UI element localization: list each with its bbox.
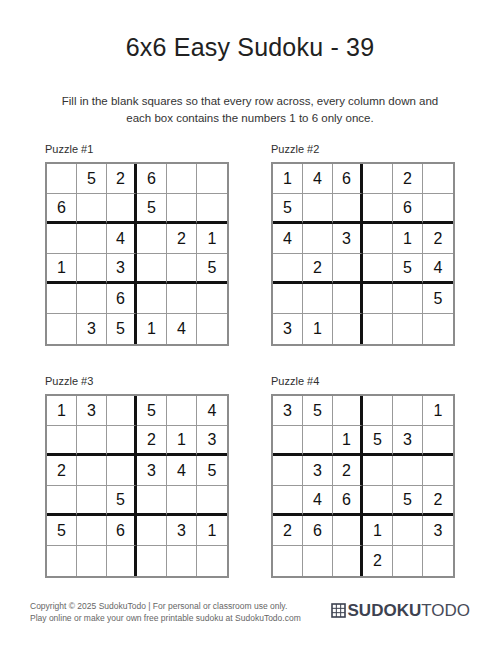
sudoku-grid-icon: [331, 603, 346, 618]
puzzle-4: Puzzle #4 35115332465226132: [271, 375, 455, 578]
sudoku-cell: 6: [393, 194, 423, 224]
sudoku-cell: 5: [363, 426, 393, 456]
sudoku-cell: [393, 516, 423, 546]
sudoku-cell: [137, 486, 167, 516]
sudoku-cell: 5: [137, 396, 167, 426]
sudoku-cell: 3: [107, 254, 137, 284]
sudoku-cell: [77, 254, 107, 284]
sudoku-cell: 6: [333, 164, 363, 194]
sudoku-cell: [363, 254, 393, 284]
sudoku-cell: [47, 426, 77, 456]
sudoku-cell: 3: [393, 426, 423, 456]
sudoku-cell: 2: [423, 486, 453, 516]
sudoku-cell: 2: [47, 456, 77, 486]
sudoku-cell: [77, 284, 107, 314]
sudoku-cell: 3: [77, 396, 107, 426]
sudoku-cell: [77, 194, 107, 224]
footer: Copyright © 2025 SudokuTodo | For person…: [0, 600, 500, 626]
sudoku-cell: [393, 456, 423, 486]
sudoku-cell: [393, 314, 423, 344]
sudoku-cell: 3: [333, 224, 363, 254]
sudoku-cell: 4: [107, 224, 137, 254]
sudoku-cell: 2: [363, 546, 393, 576]
sudoku-cell: [393, 546, 423, 576]
puzzle-sheet: Puzzle #1 5266542113563514 Puzzle #2 146…: [45, 143, 455, 578]
sudoku-cell: [303, 546, 333, 576]
sudoku-cell: [107, 546, 137, 576]
sudoku-cell: [303, 426, 333, 456]
sudoku-cell: [303, 224, 333, 254]
sudoku-cell: [363, 314, 393, 344]
brand-todo: TODO: [421, 601, 470, 620]
sudoku-cell: [167, 284, 197, 314]
sudoku-cell: 5: [303, 396, 333, 426]
sudoku-cell: [303, 284, 333, 314]
sudoku-cell: [107, 426, 137, 456]
sudoku-grid: 5266542113563514: [45, 162, 229, 346]
sudoku-cell: [167, 396, 197, 426]
sudoku-cell: [333, 254, 363, 284]
sudoku-cell: 4: [303, 164, 333, 194]
sudoku-cell: [167, 194, 197, 224]
sudoku-cell: 3: [273, 314, 303, 344]
sudoku-cell: [47, 546, 77, 576]
sudoku-cell: [197, 486, 227, 516]
sudoku-cell: 3: [197, 426, 227, 456]
sudoku-cell: 3: [137, 456, 167, 486]
sudoku-cell: [423, 314, 453, 344]
sudoku-cell: 2: [107, 164, 137, 194]
sudoku-cell: [423, 456, 453, 486]
sudoku-cell: 3: [77, 314, 107, 344]
sudoku-cell: 2: [393, 164, 423, 194]
copyright-line1: Copyright © 2025 SudokuTodo | For person…: [30, 600, 301, 613]
sudoku-cell: 5: [197, 456, 227, 486]
sudoku-cell: [273, 456, 303, 486]
brand-wordmark: SUDOKUTODO: [348, 601, 470, 621]
sudoku-cell: [167, 254, 197, 284]
sudoku-cell: [77, 516, 107, 546]
sudoku-cell: [423, 546, 453, 576]
sudoku-cell: 6: [333, 486, 363, 516]
puzzle-label: Puzzle #1: [45, 143, 229, 155]
sudoku-cell: [333, 194, 363, 224]
sudoku-cell: 4: [167, 456, 197, 486]
sudoku-cell: 5: [107, 486, 137, 516]
sudoku-cell: 1: [197, 516, 227, 546]
sudoku-cell: [333, 516, 363, 546]
sudoku-cell: [47, 284, 77, 314]
sudoku-cell: 5: [273, 194, 303, 224]
sudoku-cell: [363, 224, 393, 254]
sudoku-cell: [273, 486, 303, 516]
sudoku-cell: 1: [303, 314, 333, 344]
sudoku-cell: 6: [47, 194, 77, 224]
sudoku-cell: 5: [423, 284, 453, 314]
sudoku-cell: 5: [393, 486, 423, 516]
sudoku-cell: [363, 284, 393, 314]
sudoku-cell: 2: [333, 456, 363, 486]
sudoku-cell: 3: [167, 516, 197, 546]
sudoku-cell: [423, 426, 453, 456]
sudoku-cell: 4: [423, 254, 453, 284]
sudoku-cell: 6: [107, 284, 137, 314]
sudoku-grid: 1462564312254531: [271, 162, 455, 346]
sudoku-cell: 2: [423, 224, 453, 254]
sudoku-cell: 2: [273, 516, 303, 546]
instructions: Fill in the blank squares so that every …: [0, 93, 500, 126]
puzzle-2: Puzzle #2 1462564312254531: [271, 143, 455, 346]
sudoku-cell: [47, 486, 77, 516]
sudoku-cell: 4: [167, 314, 197, 344]
sudoku-cell: 1: [47, 396, 77, 426]
sudoku-cell: [167, 546, 197, 576]
sudoku-cell: [47, 224, 77, 254]
footer-copyright: Copyright © 2025 SudokuTodo | For person…: [30, 600, 301, 626]
sudoku-cell: [303, 194, 333, 224]
puzzle-1: Puzzle #1 5266542113563514: [45, 143, 229, 346]
sudoku-cell: [107, 396, 137, 426]
page-title: 6x6 Easy Sudoku - 39: [0, 33, 500, 62]
sudoku-cell: [197, 194, 227, 224]
sudoku-cell: 4: [273, 224, 303, 254]
sudoku-cell: [47, 314, 77, 344]
sudoku-cell: [197, 314, 227, 344]
sudoku-cell: 1: [167, 426, 197, 456]
sudoku-cell: 5: [197, 254, 227, 284]
sudoku-cell: [333, 546, 363, 576]
sudoku-cell: 3: [423, 516, 453, 546]
sudoku-cell: [423, 194, 453, 224]
brand-logo: SUDOKUTODO: [331, 601, 470, 621]
sudoku-cell: [363, 396, 393, 426]
sudoku-cell: 2: [303, 254, 333, 284]
sudoku-cell: [363, 456, 393, 486]
sudoku-cell: 5: [77, 164, 107, 194]
sudoku-cell: 6: [303, 516, 333, 546]
sudoku-cell: 6: [137, 164, 167, 194]
sudoku-cell: [77, 224, 107, 254]
sudoku-cell: 2: [167, 224, 197, 254]
sudoku-cell: 3: [303, 456, 333, 486]
sudoku-cell: [137, 224, 167, 254]
sudoku-cell: [273, 426, 303, 456]
sudoku-cell: [137, 284, 167, 314]
sudoku-grid: 1354213234555631: [45, 394, 229, 578]
sudoku-cell: [77, 456, 107, 486]
sudoku-cell: [393, 284, 423, 314]
sudoku-cell: [107, 456, 137, 486]
instructions-line2: each box contains the numbers 1 to 6 onl…: [0, 110, 500, 127]
brand-sudoku: SUDOKU: [348, 601, 422, 620]
sudoku-cell: [333, 396, 363, 426]
sudoku-cell: 4: [197, 396, 227, 426]
sudoku-cell: [333, 284, 363, 314]
sudoku-cell: 1: [363, 516, 393, 546]
sudoku-cell: [363, 164, 393, 194]
sudoku-grid: 35115332465226132: [271, 394, 455, 578]
sudoku-cell: 1: [273, 164, 303, 194]
sudoku-cell: 1: [197, 224, 227, 254]
sudoku-cell: [273, 284, 303, 314]
sudoku-cell: [77, 546, 107, 576]
sudoku-cell: 1: [423, 396, 453, 426]
sudoku-cell: [393, 396, 423, 426]
sudoku-cell: 5: [107, 314, 137, 344]
puzzle-row-bottom: Puzzle #3 1354213234555631 Puzzle #4 351…: [45, 375, 455, 578]
sudoku-cell: [197, 164, 227, 194]
sudoku-cell: [363, 486, 393, 516]
sudoku-cell: 1: [333, 426, 363, 456]
sudoku-cell: [77, 426, 107, 456]
sudoku-cell: [107, 194, 137, 224]
sudoku-cell: [167, 486, 197, 516]
instructions-line1: Fill in the blank squares so that every …: [0, 93, 500, 110]
puzzle-row-top: Puzzle #1 5266542113563514 Puzzle #2 146…: [45, 143, 455, 346]
sudoku-cell: 6: [107, 516, 137, 546]
sudoku-cell: 1: [393, 224, 423, 254]
sudoku-cell: 5: [137, 194, 167, 224]
puzzle-label: Puzzle #2: [271, 143, 455, 155]
sudoku-cell: 2: [137, 426, 167, 456]
sudoku-cell: [197, 284, 227, 314]
sudoku-cell: [333, 314, 363, 344]
sudoku-cell: [167, 164, 197, 194]
copyright-line2: Play online or make your own free printa…: [30, 612, 301, 625]
sudoku-cell: 1: [47, 254, 77, 284]
sudoku-cell: [137, 254, 167, 284]
sudoku-cell: 1: [137, 314, 167, 344]
puzzle-label: Puzzle #4: [271, 375, 455, 387]
sudoku-cell: [47, 164, 77, 194]
sudoku-cell: [273, 546, 303, 576]
sudoku-cell: [137, 516, 167, 546]
sudoku-cell: 3: [273, 396, 303, 426]
sudoku-cell: [363, 194, 393, 224]
puzzle-3: Puzzle #3 1354213234555631: [45, 375, 229, 578]
sudoku-cell: 4: [303, 486, 333, 516]
sudoku-cell: 5: [47, 516, 77, 546]
puzzle-label: Puzzle #3: [45, 375, 229, 387]
sudoku-cell: [197, 546, 227, 576]
sudoku-cell: [77, 486, 107, 516]
sudoku-cell: 5: [393, 254, 423, 284]
sudoku-cell: [137, 546, 167, 576]
sudoku-cell: [423, 164, 453, 194]
sudoku-cell: [273, 254, 303, 284]
